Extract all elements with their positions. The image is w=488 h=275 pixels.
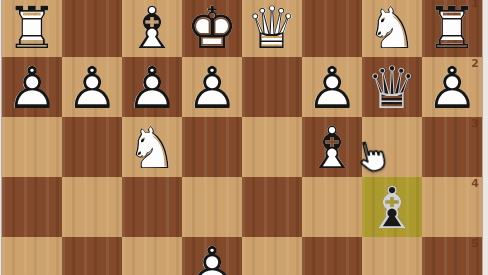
white-pawn-glyph-icon: ♟ <box>302 57 362 117</box>
white-knight-glyph-icon: ♘ <box>122 117 182 177</box>
square-h3[interactable] <box>2 117 62 177</box>
square-d1[interactable]: ♛♕ <box>242 0 302 57</box>
square-b1[interactable]: ♞♘ <box>362 0 422 57</box>
square-e3[interactable] <box>182 117 242 177</box>
square-e2[interactable]: ♟♙ <box>182 57 242 117</box>
square-c4[interactable] <box>302 177 362 237</box>
piece-white-pawn[interactable]: ♟♙ <box>422 57 482 117</box>
black-bishop-glyph-icon: ♗ <box>362 177 422 237</box>
white-bishop-glyph-icon: ♗ <box>302 117 362 177</box>
square-e1[interactable]: ♚♔ <box>182 0 242 57</box>
white-queen-glyph-icon: ♛ <box>242 0 302 57</box>
square-h5[interactable] <box>2 237 62 275</box>
white-pawn-glyph-icon: ♙ <box>182 57 242 117</box>
white-pawn-glyph-icon: ♙ <box>302 57 362 117</box>
piece-white-pawn[interactable]: ♟♙ <box>182 237 242 275</box>
white-rook-glyph-icon: ♖ <box>2 0 62 57</box>
square-d2[interactable] <box>242 57 302 117</box>
piece-white-knight[interactable]: ♞♘ <box>122 117 182 177</box>
piece-black-queen[interactable]: ♛♕ <box>362 57 422 117</box>
piece-white-bishop[interactable]: ♝♗ <box>122 0 182 57</box>
white-pawn-glyph-icon: ♙ <box>122 57 182 117</box>
square-c5[interactable] <box>302 237 362 275</box>
piece-white-pawn[interactable]: ♟♙ <box>122 57 182 117</box>
square-f4[interactable] <box>122 177 182 237</box>
black-queen-glyph-icon: ♛ <box>362 57 422 117</box>
white-bishop-glyph-icon: ♗ <box>122 0 182 57</box>
piece-white-bishop[interactable]: ♝♗ <box>302 117 362 177</box>
white-rook-glyph-icon: ♜ <box>422 0 482 57</box>
piece-black-bishop[interactable]: ♝♗ <box>362 177 422 237</box>
square-a3[interactable]: 3 <box>422 117 482 177</box>
square-a5[interactable]: 5 <box>422 237 482 275</box>
square-g2[interactable]: ♟♙ <box>62 57 122 117</box>
square-h4[interactable] <box>2 177 62 237</box>
rank-label-3: 3 <box>471 118 479 129</box>
white-pawn-glyph-icon: ♟ <box>422 57 482 117</box>
white-knight-glyph-icon: ♞ <box>362 0 422 57</box>
piece-white-rook[interactable]: ♜♖ <box>2 0 62 57</box>
square-c3[interactable]: ♝♗ <box>302 117 362 177</box>
square-f2[interactable]: ♟♙ <box>122 57 182 117</box>
white-bishop-glyph-icon: ♝ <box>122 0 182 57</box>
piece-white-king[interactable]: ♚♔ <box>182 0 242 57</box>
black-queen-glyph-icon: ♕ <box>362 57 422 117</box>
rank-label-4: 4 <box>471 178 479 189</box>
piece-white-pawn[interactable]: ♟♙ <box>302 57 362 117</box>
square-g4[interactable] <box>62 177 122 237</box>
white-rook-glyph-icon: ♜ <box>2 0 62 57</box>
square-h2[interactable]: ♟♙ <box>2 57 62 117</box>
square-g3[interactable] <box>62 117 122 177</box>
square-d4[interactable] <box>242 177 302 237</box>
square-b2[interactable]: ♛♕ <box>362 57 422 117</box>
white-pawn-glyph-icon: ♟ <box>2 57 62 117</box>
rank-label-5: 5 <box>471 238 479 249</box>
screenshot-root: ♜♖♝♗♚♔♛♕♞♘1♜♖♟♙♟♙♟♙♟♙♟♙♛♕2♟♙♞♘♝♗3♝♗4♟♙5 <box>0 0 488 275</box>
square-c1[interactable] <box>302 0 362 57</box>
square-f5[interactable] <box>122 237 182 275</box>
white-pawn-glyph-icon: ♙ <box>62 57 122 117</box>
square-a1[interactable]: 1♜♖ <box>422 0 482 57</box>
white-king-glyph-icon: ♔ <box>182 0 242 57</box>
piece-white-pawn[interactable]: ♟♙ <box>62 57 122 117</box>
white-pawn-glyph-icon: ♟ <box>182 57 242 117</box>
white-pawn-glyph-icon: ♙ <box>2 57 62 117</box>
square-h1[interactable]: ♜♖ <box>2 0 62 57</box>
white-pawn-glyph-icon: ♟ <box>182 237 242 275</box>
square-f3[interactable]: ♞♘ <box>122 117 182 177</box>
piece-white-queen[interactable]: ♛♕ <box>242 0 302 57</box>
square-b4[interactable]: ♝♗ <box>362 177 422 237</box>
square-b3[interactable] <box>362 117 422 177</box>
white-pawn-glyph-icon: ♙ <box>182 237 242 275</box>
square-e4[interactable] <box>182 177 242 237</box>
square-e5[interactable]: ♟♙ <box>182 237 242 275</box>
piece-white-pawn[interactable]: ♟♙ <box>2 57 62 117</box>
white-pawn-glyph-icon: ♟ <box>122 57 182 117</box>
white-bishop-glyph-icon: ♝ <box>302 117 362 177</box>
square-d3[interactable] <box>242 117 302 177</box>
black-bishop-glyph-icon: ♝ <box>362 177 422 237</box>
white-rook-glyph-icon: ♖ <box>422 0 482 57</box>
piece-white-pawn[interactable]: ♟♙ <box>182 57 242 117</box>
square-a2[interactable]: 2♟♙ <box>422 57 482 117</box>
square-g1[interactable] <box>62 0 122 57</box>
square-f1[interactable]: ♝♗ <box>122 0 182 57</box>
square-b5[interactable] <box>362 237 422 275</box>
square-g5[interactable] <box>62 237 122 275</box>
white-queen-glyph-icon: ♕ <box>242 0 302 57</box>
square-d5[interactable] <box>242 237 302 275</box>
square-c2[interactable]: ♟♙ <box>302 57 362 117</box>
white-pawn-glyph-icon: ♟ <box>62 57 122 117</box>
white-knight-glyph-icon: ♞ <box>122 117 182 177</box>
white-king-glyph-icon: ♚ <box>182 0 242 57</box>
white-knight-glyph-icon: ♘ <box>362 0 422 57</box>
white-pawn-glyph-icon: ♙ <box>422 57 482 117</box>
square-a4[interactable]: 4 <box>422 177 482 237</box>
chess-board: ♜♖♝♗♚♔♛♕♞♘1♜♖♟♙♟♙♟♙♟♙♟♙♛♕2♟♙♞♘♝♗3♝♗4♟♙5 <box>2 0 482 275</box>
piece-white-knight[interactable]: ♞♘ <box>362 0 422 57</box>
piece-white-rook[interactable]: ♜♖ <box>422 0 482 57</box>
